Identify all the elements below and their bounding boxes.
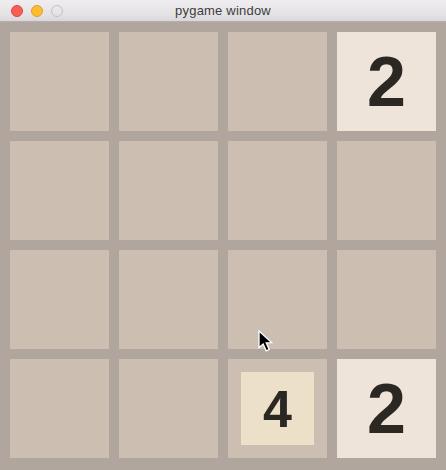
- cell-r3c2: 4: [228, 359, 327, 458]
- cell-r2c2: [228, 250, 327, 349]
- window-title: pygame window: [175, 3, 271, 18]
- cell-r1c3: [337, 141, 436, 240]
- title-bar[interactable]: pygame window: [0, 0, 446, 22]
- cell-r1c2: [228, 141, 327, 240]
- cell-r2c1: [119, 250, 218, 349]
- tile-4-spawning: 4: [241, 372, 314, 445]
- zoom-button-disabled: [51, 5, 63, 17]
- cell-r1c1: [119, 141, 218, 240]
- window-controls: [11, 0, 63, 22]
- tile-2: 2: [337, 32, 436, 131]
- cell-r0c2: [228, 32, 327, 131]
- tile-2: 2: [337, 359, 436, 458]
- cell-r3c3: 2: [337, 359, 436, 458]
- pygame-window: pygame window 2 4 2: [0, 0, 446, 470]
- cell-r3c0: [10, 359, 109, 458]
- cell-r0c0: [10, 32, 109, 131]
- cell-r1c0: [10, 141, 109, 240]
- game-board-2048: 2 4 2: [0, 22, 446, 470]
- cell-r3c1: [119, 359, 218, 458]
- cell-r0c1: [119, 32, 218, 131]
- minimize-button[interactable]: [31, 5, 43, 17]
- cell-r0c3: 2: [337, 32, 436, 131]
- cell-r2c0: [10, 250, 109, 349]
- cell-r2c3: [337, 250, 436, 349]
- close-button[interactable]: [11, 5, 23, 17]
